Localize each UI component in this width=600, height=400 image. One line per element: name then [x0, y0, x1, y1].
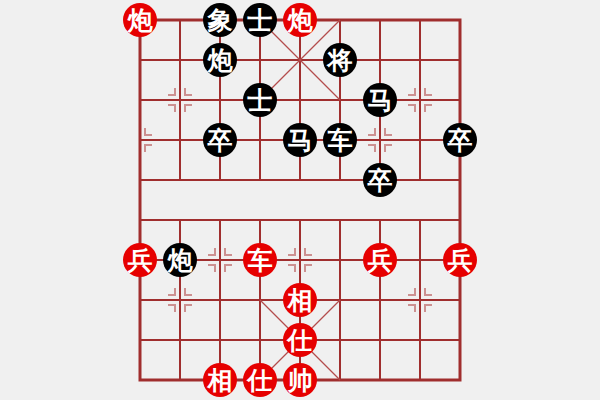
board-point[interactable] — [440, 0, 480, 40]
board-point[interactable] — [400, 120, 440, 160]
board-point[interactable] — [320, 200, 360, 240]
board-point[interactable] — [160, 40, 200, 80]
board-point[interactable]: 车 — [240, 240, 280, 280]
board-point[interactable] — [440, 40, 480, 80]
board-point[interactable] — [280, 200, 320, 240]
board-point[interactable]: 炮 — [200, 40, 240, 80]
board-point[interactable] — [400, 160, 440, 200]
board-point[interactable] — [360, 0, 400, 40]
board-point[interactable]: 兵 — [360, 240, 400, 280]
board-point[interactable] — [360, 200, 400, 240]
board-point[interactable] — [160, 80, 200, 120]
board-point[interactable]: 仕 — [280, 320, 320, 360]
point-marker — [288, 264, 296, 272]
board-point[interactable] — [320, 240, 360, 280]
red-soldier[interactable]: 兵 — [123, 243, 157, 277]
point-marker — [288, 248, 296, 256]
board-point[interactable] — [360, 320, 400, 360]
black-elephant[interactable]: 象 — [203, 3, 237, 37]
board-point[interactable] — [120, 80, 160, 120]
point-marker — [304, 248, 312, 256]
board-point[interactable] — [360, 360, 400, 400]
board-point[interactable]: 相 — [280, 280, 320, 320]
board-point[interactable] — [160, 360, 200, 400]
board-point[interactable]: 兵 — [440, 240, 480, 280]
point-marker — [208, 264, 216, 272]
red-general[interactable]: 帅 — [283, 363, 317, 397]
point-marker — [184, 304, 192, 312]
board-point[interactable] — [200, 320, 240, 360]
board-point[interactable] — [280, 40, 320, 80]
point-marker — [144, 128, 152, 136]
board-point[interactable] — [320, 360, 360, 400]
board-point[interactable] — [200, 200, 240, 240]
board-point[interactable] — [400, 320, 440, 360]
point-marker — [168, 288, 176, 296]
black-horse[interactable]: 马 — [363, 83, 397, 117]
board-point[interactable] — [280, 160, 320, 200]
board-point[interactable] — [160, 0, 200, 40]
board-point[interactable]: 炮 — [120, 0, 160, 40]
point-marker — [408, 88, 416, 96]
board-point[interactable] — [360, 40, 400, 80]
board-point[interactable] — [120, 200, 160, 240]
board-point[interactable]: 士 — [240, 0, 280, 40]
board-point[interactable] — [120, 360, 160, 400]
point-marker — [408, 104, 416, 112]
board-point[interactable] — [440, 200, 480, 240]
board-point[interactable] — [200, 280, 240, 320]
point-marker — [184, 104, 192, 112]
board-point[interactable] — [240, 200, 280, 240]
board-point[interactable]: 卒 — [440, 120, 480, 160]
board-point[interactable] — [120, 120, 160, 160]
board-point[interactable]: 马 — [360, 80, 400, 120]
red-elephant[interactable]: 相 — [203, 363, 237, 397]
point-marker — [408, 304, 416, 312]
board-point[interactable]: 仕 — [240, 360, 280, 400]
point-marker — [424, 104, 432, 112]
board-point[interactable] — [440, 320, 480, 360]
board-point[interactable] — [240, 280, 280, 320]
board-point[interactable] — [440, 80, 480, 120]
board-screen: 炮象士炮炮将士马卒马车卒卒兵炮车兵兵相仕相仕帅 — [0, 0, 600, 400]
board-point[interactable]: 将 — [320, 40, 360, 80]
point-marker — [304, 264, 312, 272]
board-point[interactable]: 卒 — [200, 120, 240, 160]
board-point[interactable] — [120, 40, 160, 80]
board-point[interactable] — [200, 80, 240, 120]
point-marker — [384, 128, 392, 136]
board-point[interactable] — [240, 40, 280, 80]
black-cannon[interactable]: 炮 — [163, 243, 197, 277]
black-chariot[interactable]: 车 — [323, 123, 357, 157]
board-point[interactable] — [160, 160, 200, 200]
board-point[interactable]: 兵 — [120, 240, 160, 280]
black-cannon[interactable]: 炮 — [203, 43, 237, 77]
point-marker — [184, 88, 192, 96]
board-point[interactable] — [120, 280, 160, 320]
board-point[interactable] — [240, 160, 280, 200]
board-point[interactable]: 帅 — [280, 360, 320, 400]
black-soldier[interactable]: 卒 — [203, 123, 237, 157]
board-point[interactable] — [400, 240, 440, 280]
board-point[interactable] — [320, 320, 360, 360]
board-point[interactable] — [240, 120, 280, 160]
red-elephant[interactable]: 相 — [283, 283, 317, 317]
board-point[interactable]: 士 — [240, 80, 280, 120]
board-point[interactable]: 车 — [320, 120, 360, 160]
black-advisor[interactable]: 士 — [243, 3, 277, 37]
board-point[interactable] — [400, 360, 440, 400]
board-point[interactable] — [440, 360, 480, 400]
black-soldier[interactable]: 卒 — [363, 163, 397, 197]
board-point[interactable] — [400, 80, 440, 120]
black-advisor[interactable]: 士 — [243, 83, 277, 117]
board-point[interactable] — [120, 160, 160, 200]
black-soldier[interactable]: 卒 — [443, 123, 477, 157]
red-soldier[interactable]: 兵 — [443, 243, 477, 277]
point-marker — [208, 248, 216, 256]
red-cannon[interactable]: 炮 — [283, 3, 317, 37]
board-point[interactable]: 炮 — [160, 240, 200, 280]
point-marker — [424, 288, 432, 296]
point-marker — [408, 288, 416, 296]
board-point[interactable] — [120, 320, 160, 360]
point-marker — [168, 104, 176, 112]
board-point[interactable] — [400, 280, 440, 320]
point-marker — [184, 288, 192, 296]
point-marker — [424, 88, 432, 96]
board-point[interactable] — [160, 320, 200, 360]
board-point[interactable] — [320, 280, 360, 320]
board-point[interactable] — [320, 160, 360, 200]
board-point[interactable] — [160, 120, 200, 160]
board-point[interactable] — [400, 40, 440, 80]
board-point[interactable] — [280, 240, 320, 280]
board-point[interactable] — [160, 280, 200, 320]
board-point[interactable]: 象 — [200, 0, 240, 40]
black-horse[interactable]: 马 — [283, 123, 317, 157]
point-marker — [168, 304, 176, 312]
point-marker — [368, 144, 376, 152]
board-point[interactable] — [360, 120, 400, 160]
board-point[interactable] — [400, 0, 440, 40]
red-cannon[interactable]: 炮 — [123, 3, 157, 37]
red-advisor[interactable]: 仕 — [283, 323, 317, 357]
red-soldier[interactable]: 兵 — [363, 243, 397, 277]
board-point[interactable] — [200, 160, 240, 200]
board-point[interactable] — [280, 80, 320, 120]
black-general[interactable]: 将 — [323, 43, 357, 77]
red-chariot[interactable]: 车 — [243, 243, 277, 277]
xiangqi-board: 炮象士炮炮将士马卒马车卒卒兵炮车兵兵相仕相仕帅 — [120, 0, 480, 400]
board-point[interactable] — [400, 200, 440, 240]
board-point[interactable] — [160, 200, 200, 240]
board-point[interactable]: 相 — [200, 360, 240, 400]
board-point[interactable] — [200, 240, 240, 280]
red-advisor[interactable]: 仕 — [243, 363, 277, 397]
point-marker — [424, 304, 432, 312]
board-point[interactable]: 卒 — [360, 160, 400, 200]
board-point[interactable] — [440, 280, 480, 320]
board-point[interactable] — [240, 320, 280, 360]
point-marker — [168, 88, 176, 96]
point-marker — [144, 144, 152, 152]
board-point[interactable] — [360, 280, 400, 320]
point-marker — [224, 264, 232, 272]
board-point[interactable] — [320, 80, 360, 120]
board-point[interactable] — [440, 160, 480, 200]
board-point[interactable] — [320, 0, 360, 40]
board-point[interactable]: 马 — [280, 120, 320, 160]
point-marker — [368, 128, 376, 136]
board-point[interactable]: 炮 — [280, 0, 320, 40]
point-marker — [384, 144, 392, 152]
point-marker — [224, 248, 232, 256]
